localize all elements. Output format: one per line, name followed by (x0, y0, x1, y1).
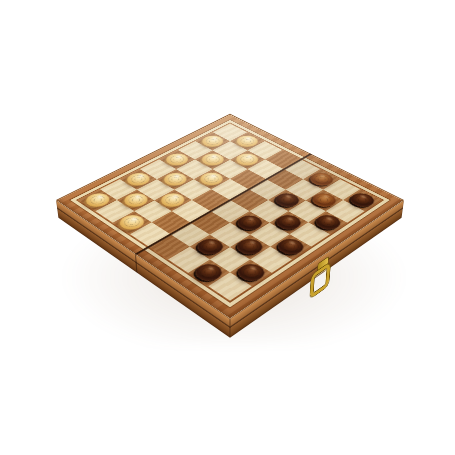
dark-checker-piece[interactable] (233, 261, 269, 284)
square-g5[interactable] (269, 211, 308, 234)
square-c2[interactable] (134, 200, 172, 222)
square-h1[interactable] (208, 273, 251, 301)
square-h4[interactable] (271, 234, 312, 259)
square-g2[interactable] (209, 247, 250, 273)
square-e3[interactable] (191, 211, 230, 234)
dark-checker-piece[interactable] (233, 213, 267, 233)
square-h5[interactable] (290, 222, 330, 246)
square-h7[interactable] (326, 200, 364, 222)
dark-checker-piece[interactable] (233, 236, 268, 258)
dark-checker-piece[interactable] (273, 236, 308, 258)
square-f1[interactable] (168, 247, 209, 273)
square-c1[interactable] (112, 211, 151, 234)
board-field (79, 124, 382, 301)
light-checker-piece[interactable] (115, 213, 149, 233)
square-h3[interactable] (251, 247, 292, 273)
square-h2[interactable] (230, 259, 272, 286)
photo-canvas (0, 0, 455, 455)
square-f5[interactable] (249, 200, 287, 222)
clasp-loop-icon (310, 262, 330, 299)
square-d3[interactable] (172, 200, 210, 222)
square-h6[interactable] (308, 211, 347, 234)
square-f2[interactable] (189, 234, 230, 259)
dark-checker-piece[interactable] (192, 236, 227, 258)
dark-checker-piece[interactable] (272, 213, 306, 233)
clasp-plate (317, 256, 329, 275)
square-g3[interactable] (230, 234, 271, 259)
scene (0, 0, 455, 455)
square-d1[interactable] (130, 222, 170, 246)
square-e2[interactable] (170, 222, 210, 246)
dark-checker-piece[interactable] (311, 213, 345, 233)
square-g6[interactable] (288, 200, 326, 222)
square-g1[interactable] (188, 259, 230, 286)
square-b1[interactable] (95, 200, 133, 222)
square-f3[interactable] (210, 222, 250, 246)
folding-checkers-box (56, 114, 404, 319)
board-top-face (56, 114, 404, 319)
square-e4[interactable] (211, 200, 249, 222)
square-g4[interactable] (250, 222, 290, 246)
square-d2[interactable] (152, 211, 191, 234)
square-f4[interactable] (230, 211, 269, 234)
square-e1[interactable] (149, 234, 190, 259)
dark-checker-piece[interactable] (191, 261, 227, 284)
